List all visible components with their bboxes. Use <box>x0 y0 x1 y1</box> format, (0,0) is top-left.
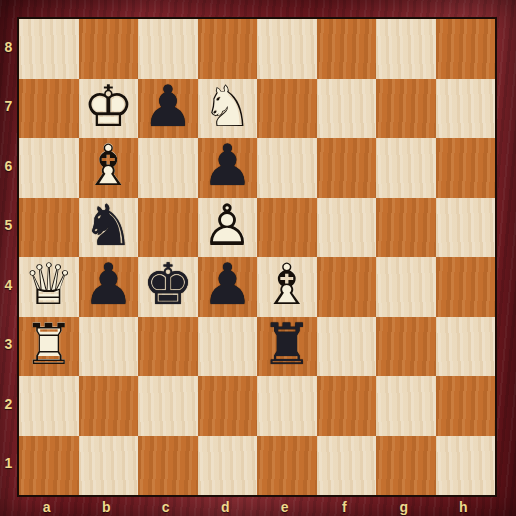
piece-white-rook[interactable]: ♜♖ <box>19 317 79 377</box>
square-d3[interactable] <box>198 317 258 377</box>
piece-black-king[interactable]: ♚ <box>138 257 198 317</box>
file-label-h: h <box>434 497 494 516</box>
square-a3[interactable]: ♜♖ <box>19 317 79 377</box>
white-bishop-outline-glyph: ♗ <box>79 136 139 196</box>
file-label-c: c <box>136 497 196 516</box>
square-b5[interactable]: ♞ <box>79 198 139 258</box>
rank-label-1: 1 <box>0 434 17 494</box>
square-c8[interactable] <box>138 19 198 79</box>
square-h6[interactable] <box>436 138 496 198</box>
square-h5[interactable] <box>436 198 496 258</box>
square-b4[interactable]: ♟ <box>79 257 139 317</box>
square-a8[interactable] <box>19 19 79 79</box>
square-d1[interactable] <box>198 436 258 496</box>
square-a4[interactable]: ♛♕ <box>19 257 79 317</box>
square-g3[interactable] <box>376 317 436 377</box>
square-c4[interactable]: ♚ <box>138 257 198 317</box>
file-label-a: a <box>17 497 77 516</box>
square-c3[interactable] <box>138 317 198 377</box>
black-rook-glyph: ♜ <box>257 315 317 375</box>
square-g5[interactable] <box>376 198 436 258</box>
square-f8[interactable] <box>317 19 377 79</box>
square-d2[interactable] <box>198 376 258 436</box>
square-h1[interactable] <box>436 436 496 496</box>
file-label-b: b <box>77 497 137 516</box>
rank-label-8: 8 <box>0 17 17 77</box>
square-g6[interactable] <box>376 138 436 198</box>
file-label-e: e <box>255 497 315 516</box>
white-king-outline-glyph: ♔ <box>79 77 139 137</box>
square-h4[interactable] <box>436 257 496 317</box>
square-e6[interactable] <box>257 138 317 198</box>
piece-black-pawn[interactable]: ♟ <box>198 257 258 317</box>
square-f5[interactable] <box>317 198 377 258</box>
square-g8[interactable] <box>376 19 436 79</box>
square-c6[interactable] <box>138 138 198 198</box>
white-rook-outline-glyph: ♖ <box>19 315 79 375</box>
piece-black-pawn[interactable]: ♟ <box>198 138 258 198</box>
square-e3[interactable]: ♜ <box>257 317 317 377</box>
piece-white-bishop[interactable]: ♝♗ <box>257 257 317 317</box>
white-pawn-outline-glyph: ♙ <box>198 196 258 256</box>
rank-label-3: 3 <box>0 315 17 375</box>
square-c1[interactable] <box>138 436 198 496</box>
piece-white-pawn[interactable]: ♟♙ <box>198 198 258 258</box>
square-g4[interactable] <box>376 257 436 317</box>
square-b8[interactable] <box>79 19 139 79</box>
square-h3[interactable] <box>436 317 496 377</box>
square-e2[interactable] <box>257 376 317 436</box>
piece-black-rook[interactable]: ♜ <box>257 317 317 377</box>
rank-label-6: 6 <box>0 136 17 196</box>
piece-white-queen[interactable]: ♛♕ <box>19 257 79 317</box>
square-d4[interactable]: ♟ <box>198 257 258 317</box>
chess-board: ♚♔♟♞♘♝♗♟♞♟♙♛♕♟♚♟♝♗♜♖♜ <box>17 17 497 497</box>
square-f1[interactable] <box>317 436 377 496</box>
square-f4[interactable] <box>317 257 377 317</box>
square-e5[interactable] <box>257 198 317 258</box>
square-d8[interactable] <box>198 19 258 79</box>
rank-label-5: 5 <box>0 196 17 256</box>
white-bishop-outline-glyph: ♗ <box>257 255 317 315</box>
square-d6[interactable]: ♟ <box>198 138 258 198</box>
square-c5[interactable] <box>138 198 198 258</box>
rank-label-4: 4 <box>0 255 17 315</box>
square-g2[interactable] <box>376 376 436 436</box>
square-h2[interactable] <box>436 376 496 436</box>
black-king-glyph: ♚ <box>138 255 198 315</box>
square-b7[interactable]: ♚♔ <box>79 79 139 139</box>
white-knight-outline-glyph: ♘ <box>198 77 258 137</box>
file-label-g: g <box>374 497 434 516</box>
square-a2[interactable] <box>19 376 79 436</box>
black-pawn-glyph: ♟ <box>138 77 198 137</box>
piece-white-bishop[interactable]: ♝♗ <box>79 138 139 198</box>
square-g7[interactable] <box>376 79 436 139</box>
chessboard-widget: 87654321 abcdefgh ♚♔♟♞♘♝♗♟♞♟♙♛♕♟♚♟♝♗♜♖♜ <box>0 0 516 516</box>
square-e8[interactable] <box>257 19 317 79</box>
rank-label-2: 2 <box>0 374 17 434</box>
piece-black-knight[interactable]: ♞ <box>79 198 139 258</box>
file-label-d: d <box>196 497 256 516</box>
square-c2[interactable] <box>138 376 198 436</box>
square-b3[interactable] <box>79 317 139 377</box>
square-b1[interactable] <box>79 436 139 496</box>
square-f6[interactable] <box>317 138 377 198</box>
rank-label-7: 7 <box>0 77 17 137</box>
square-a6[interactable] <box>19 138 79 198</box>
black-pawn-glyph: ♟ <box>198 255 258 315</box>
square-a5[interactable] <box>19 198 79 258</box>
square-h8[interactable] <box>436 19 496 79</box>
square-g1[interactable] <box>376 436 436 496</box>
square-f2[interactable] <box>317 376 377 436</box>
piece-white-king[interactable]: ♚♔ <box>79 79 139 139</box>
piece-white-knight[interactable]: ♞♘ <box>198 79 258 139</box>
square-e4[interactable]: ♝♗ <box>257 257 317 317</box>
square-f3[interactable] <box>317 317 377 377</box>
black-knight-glyph: ♞ <box>79 196 139 256</box>
black-pawn-glyph: ♟ <box>79 255 139 315</box>
square-d7[interactable]: ♞♘ <box>198 79 258 139</box>
square-h7[interactable] <box>436 79 496 139</box>
square-f7[interactable] <box>317 79 377 139</box>
square-a7[interactable] <box>19 79 79 139</box>
square-c7[interactable]: ♟ <box>138 79 198 139</box>
piece-black-pawn[interactable]: ♟ <box>79 257 139 317</box>
square-d5[interactable]: ♟♙ <box>198 198 258 258</box>
square-b6[interactable]: ♝♗ <box>79 138 139 198</box>
square-e1[interactable] <box>257 436 317 496</box>
file-label-f: f <box>315 497 375 516</box>
square-b2[interactable] <box>79 376 139 436</box>
square-e7[interactable] <box>257 79 317 139</box>
white-queen-outline-glyph: ♕ <box>19 255 79 315</box>
piece-black-pawn[interactable]: ♟ <box>138 79 198 139</box>
square-a1[interactable] <box>19 436 79 496</box>
black-pawn-glyph: ♟ <box>198 136 258 196</box>
